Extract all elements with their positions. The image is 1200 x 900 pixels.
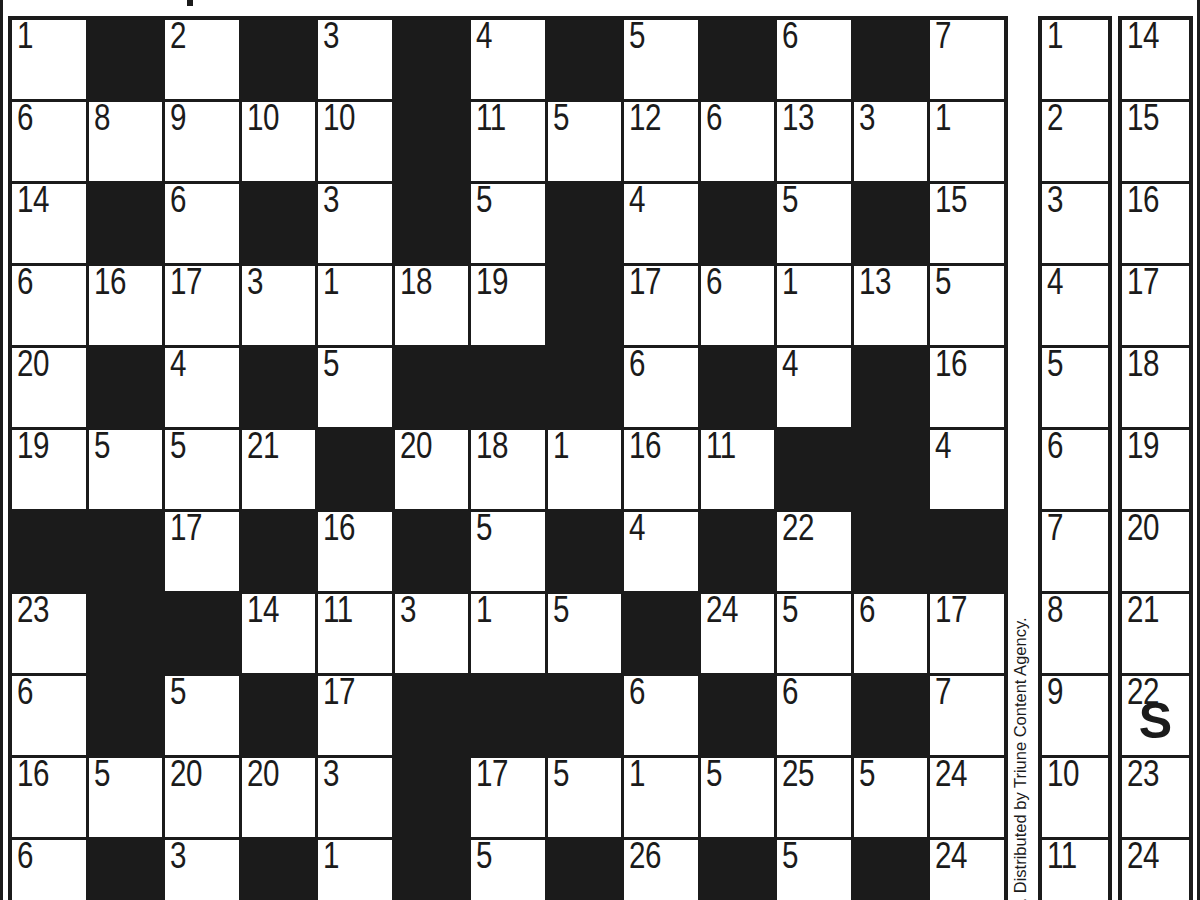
black-cell	[854, 676, 928, 755]
cell-code-number: 6	[782, 673, 798, 710]
letter-cell-r9c4[interactable]: 3	[318, 758, 392, 837]
letter-cell-r5c1[interactable]: 5	[89, 430, 163, 509]
letter-cell-r4c2[interactable]: 4	[165, 348, 239, 427]
black-cell	[548, 512, 622, 591]
cell-code-number: 7	[935, 673, 951, 710]
cell-code-number: 6	[629, 345, 645, 382]
key-cell-18[interactable]: 18	[1122, 348, 1189, 427]
black-cell	[548, 266, 622, 345]
cell-code-number: 21	[247, 427, 279, 464]
letter-cell-r5c5[interactable]: 20	[395, 430, 469, 509]
key-cell-22[interactable]: 22S	[1122, 676, 1189, 755]
cell-code-number: 19	[476, 263, 508, 300]
key-cell-16[interactable]: 16	[1122, 184, 1189, 263]
cell-code-number: 1	[553, 427, 569, 464]
key-cell-24[interactable]: 24	[1122, 840, 1189, 900]
letter-cell-r1c8[interactable]: 12	[624, 102, 698, 181]
letter-cell-r0c6[interactable]: 4	[471, 20, 545, 99]
letter-cell-r5c6[interactable]: 18	[471, 430, 545, 509]
letter-cell-r9c6[interactable]: 17	[471, 758, 545, 837]
cell-code-number: 5	[94, 755, 110, 792]
letter-cell-r1c10[interactable]: 13	[777, 102, 851, 181]
black-cell	[854, 430, 928, 509]
codeword-page: 1234567689101011512613311463545156161731…	[0, 0, 1200, 900]
cell-code-number: 6	[706, 263, 722, 300]
cell-code-number: 16	[935, 345, 967, 382]
key-cell-14[interactable]: 14	[1122, 20, 1189, 99]
cell-code-number: 19	[17, 427, 49, 464]
letter-cell-r9c7[interactable]: 5	[548, 758, 622, 837]
key-cell-number: 2	[1047, 99, 1063, 136]
black-cell	[89, 840, 163, 900]
letter-cell-r2c10[interactable]: 5	[777, 184, 851, 263]
letter-cell-r4c8[interactable]: 6	[624, 348, 698, 427]
letter-cell-r8c12[interactable]: 7	[930, 676, 1004, 755]
letter-cell-r1c9[interactable]: 6	[701, 102, 775, 181]
key-cell-23[interactable]: 23	[1122, 758, 1189, 837]
key-cell-number: 7	[1047, 509, 1063, 546]
cell-code-number: 5	[476, 837, 492, 874]
key-cell-10[interactable]: 10	[1042, 758, 1108, 837]
letter-cell-r7c7[interactable]: 5	[548, 594, 622, 673]
cell-code-number: 9	[170, 99, 186, 136]
letter-cell-r7c12[interactable]: 17	[930, 594, 1004, 673]
cell-code-number: 5	[935, 263, 951, 300]
letter-cell-r1c4[interactable]: 10	[318, 102, 392, 181]
cell-code-number: 5	[170, 673, 186, 710]
cell-code-number: 5	[782, 591, 798, 628]
cell-code-number: 16	[629, 427, 661, 464]
letter-cell-r4c4[interactable]: 5	[318, 348, 392, 427]
cell-code-number: 17	[935, 591, 967, 628]
letter-cell-r9c8[interactable]: 1	[624, 758, 698, 837]
letter-cell-r8c2[interactable]: 5	[165, 676, 239, 755]
black-cell	[12, 512, 86, 591]
letter-cell-r5c8[interactable]: 16	[624, 430, 698, 509]
letter-cell-r9c2[interactable]: 20	[165, 758, 239, 837]
cell-code-number: 4	[170, 345, 186, 382]
cell-code-number: 3	[247, 263, 263, 300]
key-cell-number: 8	[1047, 591, 1063, 628]
black-cell	[701, 348, 775, 427]
cell-code-number: 18	[400, 263, 432, 300]
cell-code-number: 3	[323, 755, 339, 792]
black-cell	[395, 512, 469, 591]
cell-code-number: 20	[170, 755, 202, 792]
letter-cell-r10c6[interactable]: 5	[471, 840, 545, 900]
letter-cell-r9c12[interactable]: 24	[930, 758, 1004, 837]
cell-code-number: 5	[553, 755, 569, 792]
cell-code-number: 5	[782, 837, 798, 874]
letter-cell-r5c7[interactable]: 1	[548, 430, 622, 509]
cell-code-number: 5	[476, 181, 492, 218]
key-cell-number: 4	[1047, 263, 1063, 300]
letter-cell-r2c4[interactable]: 3	[318, 184, 392, 263]
letter-cell-r2c2[interactable]: 6	[165, 184, 239, 263]
letter-cell-r7c0[interactable]: 23	[12, 594, 86, 673]
key-cell-8[interactable]: 8	[1042, 594, 1108, 673]
letter-cell-r5c3[interactable]: 21	[242, 430, 316, 509]
letter-cell-r0c4[interactable]: 3	[318, 20, 392, 99]
cell-code-number: 5	[94, 427, 110, 464]
cell-code-number: 17	[476, 755, 508, 792]
letter-cell-r3c10[interactable]: 1	[777, 266, 851, 345]
cell-code-number: 5	[629, 17, 645, 54]
key-cell-21[interactable]: 21	[1122, 594, 1189, 673]
black-cell	[854, 184, 928, 263]
cell-code-number: 13	[782, 99, 814, 136]
cell-code-number: 26	[629, 837, 661, 874]
letter-cell-r7c4[interactable]: 11	[318, 594, 392, 673]
cell-code-number: 17	[323, 673, 355, 710]
cell-code-number: 4	[935, 427, 951, 464]
key-cell-19[interactable]: 19	[1122, 430, 1189, 509]
cell-code-number: 17	[170, 263, 202, 300]
letter-cell-r5c0[interactable]: 19	[12, 430, 86, 509]
codeword-grid: 1234567689101011512613311463545156161731…	[8, 16, 1008, 900]
letter-cell-r8c0[interactable]: 6	[12, 676, 86, 755]
letter-cell-r4c0[interactable]: 20	[12, 348, 86, 427]
cell-code-number: 17	[170, 509, 202, 546]
cell-code-number: 1	[935, 99, 951, 136]
key-cell-2[interactable]: 2	[1042, 102, 1108, 181]
letter-cell-r10c4[interactable]: 1	[318, 840, 392, 900]
black-cell	[548, 20, 622, 99]
letter-cell-r1c12[interactable]: 1	[930, 102, 1004, 181]
cell-code-number: 1	[629, 755, 645, 792]
black-cell	[395, 758, 469, 837]
black-cell	[395, 102, 469, 181]
cell-code-number: 20	[247, 755, 279, 792]
cell-code-number: 1	[323, 263, 339, 300]
cell-code-number: 4	[629, 509, 645, 546]
key-cell-4[interactable]: 4	[1042, 266, 1108, 345]
letter-cell-r4c12[interactable]: 16	[930, 348, 1004, 427]
letter-cell-r8c4[interactable]: 17	[318, 676, 392, 755]
credit-text: r. Distributed by Triune Content Agency.	[1011, 617, 1029, 900]
cell-code-number: 1	[17, 17, 33, 54]
cell-code-number: 13	[859, 263, 891, 300]
letter-cell-r1c0[interactable]: 6	[12, 102, 86, 181]
key-cell-number: 23	[1127, 755, 1159, 792]
cell-code-number: 10	[247, 99, 279, 136]
black-cell	[471, 348, 545, 427]
letter-cell-r2c12[interactable]: 15	[930, 184, 1004, 263]
cell-code-number: 5	[706, 755, 722, 792]
black-cell	[777, 430, 851, 509]
black-cell	[701, 184, 775, 263]
cell-code-number: 4	[629, 181, 645, 218]
cell-code-number: 24	[935, 837, 967, 874]
letter-cell-r1c3[interactable]: 10	[242, 102, 316, 181]
key-cell-number: 19	[1127, 427, 1159, 464]
letter-cell-r5c9[interactable]: 11	[701, 430, 775, 509]
black-cell	[165, 594, 239, 673]
letter-cell-r7c6[interactable]: 1	[471, 594, 545, 673]
black-cell	[854, 348, 928, 427]
key-cell-number: 14	[1127, 17, 1159, 54]
letter-cell-r3c6[interactable]: 19	[471, 266, 545, 345]
black-cell	[548, 348, 622, 427]
cell-code-number: 1	[782, 263, 798, 300]
black-cell	[242, 676, 316, 755]
black-cell	[242, 184, 316, 263]
black-cell	[701, 676, 775, 755]
letter-cell-r9c9[interactable]: 5	[701, 758, 775, 837]
key-cell-number: 9	[1047, 673, 1063, 710]
letter-cell-r3c8[interactable]: 17	[624, 266, 698, 345]
letter-cell-r1c6[interactable]: 11	[471, 102, 545, 181]
black-cell	[318, 430, 392, 509]
cell-code-number: 3	[170, 837, 186, 874]
black-cell	[854, 840, 928, 900]
letter-cell-r7c10[interactable]: 5	[777, 594, 851, 673]
cell-code-number: 25	[782, 755, 814, 792]
black-cell	[701, 840, 775, 900]
letter-cell-r10c8[interactable]: 26	[624, 840, 698, 900]
black-cell	[395, 348, 469, 427]
cell-code-number: 4	[782, 345, 798, 382]
letter-cell-r6c8[interactable]: 4	[624, 512, 698, 591]
cell-code-number: 1	[323, 837, 339, 874]
letter-cell-r3c4[interactable]: 1	[318, 266, 392, 345]
letter-cell-r1c7[interactable]: 5	[548, 102, 622, 181]
cell-code-number: 5	[782, 181, 798, 218]
cell-code-number: 3	[400, 591, 416, 628]
letter-cell-r6c2[interactable]: 17	[165, 512, 239, 591]
letter-cell-r9c0[interactable]: 16	[12, 758, 86, 837]
black-cell	[624, 594, 698, 673]
letter-cell-r9c1[interactable]: 5	[89, 758, 163, 837]
key-cell-9[interactable]: 9	[1042, 676, 1108, 755]
key-cell-number: 1	[1047, 17, 1063, 54]
cropped-title-descender	[187, 0, 193, 6]
cell-code-number: 6	[17, 263, 33, 300]
black-cell	[89, 594, 163, 673]
cell-code-number: 5	[859, 755, 875, 792]
letter-cell-r0c12[interactable]: 7	[930, 20, 1004, 99]
cell-code-number: 15	[935, 181, 967, 218]
cell-code-number: 4	[476, 17, 492, 54]
cell-code-number: 6	[629, 673, 645, 710]
letter-cell-r9c10[interactable]: 25	[777, 758, 851, 837]
cell-code-number: 24	[706, 591, 738, 628]
cell-code-number: 5	[553, 591, 569, 628]
key-cell-number: 11	[1047, 837, 1077, 874]
cell-code-number: 18	[476, 427, 508, 464]
letter-cell-r3c1[interactable]: 16	[89, 266, 163, 345]
cell-code-number: 24	[935, 755, 967, 792]
letter-cell-r7c9[interactable]: 24	[701, 594, 775, 673]
cell-code-number: 3	[323, 181, 339, 218]
key-cell-17[interactable]: 17	[1122, 266, 1189, 345]
black-cell	[930, 512, 1004, 591]
letter-cell-r2c6[interactable]: 5	[471, 184, 545, 263]
left-frame-line	[0, 0, 3, 900]
letter-cell-r6c6[interactable]: 5	[471, 512, 545, 591]
letter-cell-r7c11[interactable]: 6	[854, 594, 928, 673]
key-cell-number: 15	[1127, 99, 1159, 136]
cell-code-number: 2	[170, 17, 186, 54]
black-cell	[89, 348, 163, 427]
key-cell-number: 3	[1047, 181, 1063, 218]
black-cell	[242, 20, 316, 99]
cell-code-number: 11	[706, 427, 736, 464]
cell-code-number: 16	[323, 509, 355, 546]
cell-code-number: 6	[17, 673, 33, 710]
cell-code-number: 10	[323, 99, 355, 136]
letter-cell-r9c3[interactable]: 20	[242, 758, 316, 837]
letter-cell-r6c10[interactable]: 22	[777, 512, 851, 591]
cell-code-number: 17	[629, 263, 661, 300]
cell-code-number: 11	[476, 99, 506, 136]
black-cell	[242, 840, 316, 900]
key-cell-number: 21	[1127, 591, 1159, 628]
black-cell	[89, 20, 163, 99]
key-cell-number: 6	[1047, 427, 1063, 464]
key-cell-5[interactable]: 5	[1042, 348, 1108, 427]
key-cell-number: 20	[1127, 509, 1159, 546]
letter-cell-r0c8[interactable]: 5	[624, 20, 698, 99]
key-column-1: 1234567891011	[1038, 16, 1112, 900]
cell-code-number: 7	[935, 17, 951, 54]
letter-cell-r7c3[interactable]: 14	[242, 594, 316, 673]
key-cell-number: 24	[1127, 837, 1159, 874]
letter-cell-r8c8[interactable]: 6	[624, 676, 698, 755]
cell-code-number: 11	[323, 591, 353, 628]
cell-code-number: 3	[323, 17, 339, 54]
letter-cell-r3c0[interactable]: 6	[12, 266, 86, 345]
letter-cell-r6c4[interactable]: 16	[318, 512, 392, 591]
black-cell	[854, 20, 928, 99]
cell-code-number: 3	[859, 99, 875, 136]
letter-cell-r9c11[interactable]: 5	[854, 758, 928, 837]
cell-code-number: 6	[859, 591, 875, 628]
letter-cell-r4c10[interactable]: 4	[777, 348, 851, 427]
key-cell-6[interactable]: 6	[1042, 430, 1108, 509]
black-cell	[395, 840, 469, 900]
letter-cell-r0c10[interactable]: 6	[777, 20, 851, 99]
black-cell	[89, 512, 163, 591]
black-cell	[854, 512, 928, 591]
black-cell	[471, 676, 545, 755]
letter-cell-r1c11[interactable]: 3	[854, 102, 928, 181]
letter-cell-r10c0[interactable]: 6	[12, 840, 86, 900]
cell-code-number: 16	[17, 755, 49, 792]
black-cell	[395, 20, 469, 99]
black-cell	[548, 676, 622, 755]
cell-code-number: 14	[247, 591, 279, 628]
letter-cell-r1c1[interactable]: 8	[89, 102, 163, 181]
letter-cell-r5c2[interactable]: 5	[165, 430, 239, 509]
cell-code-number: 12	[629, 99, 661, 136]
key-cell-7[interactable]: 7	[1042, 512, 1108, 591]
cell-code-number: 14	[17, 181, 49, 218]
cell-code-number: 6	[782, 17, 798, 54]
cell-code-number: 20	[400, 427, 432, 464]
key-cell-number: 10	[1047, 755, 1079, 792]
key-cell-number: 17	[1127, 263, 1159, 300]
black-cell	[395, 676, 469, 755]
black-cell	[89, 184, 163, 263]
letter-cell-r3c12[interactable]: 5	[930, 266, 1004, 345]
letter-cell-r10c10[interactable]: 5	[777, 840, 851, 900]
key-cell-15[interactable]: 15	[1122, 102, 1189, 181]
letter-cell-r3c9[interactable]: 6	[701, 266, 775, 345]
letter-cell-r0c0[interactable]: 1	[12, 20, 86, 99]
cell-code-number: 5	[323, 345, 339, 382]
letter-cell-r5c12[interactable]: 4	[930, 430, 1004, 509]
letter-cell-r3c5[interactable]: 18	[395, 266, 469, 345]
cell-code-number: 20	[17, 345, 49, 382]
cell-code-number: 5	[553, 99, 569, 136]
cell-code-number: 6	[706, 99, 722, 136]
cell-code-number: 1	[476, 591, 492, 628]
cell-code-number: 6	[170, 181, 186, 218]
cell-code-number: 6	[17, 837, 33, 874]
black-cell	[89, 676, 163, 755]
cell-code-number: 5	[476, 509, 492, 546]
key-cell-number: 5	[1047, 345, 1063, 382]
black-cell	[548, 184, 622, 263]
key-cell-3[interactable]: 3	[1042, 184, 1108, 263]
cell-code-number: 23	[17, 591, 49, 628]
letter-cell-r0c2[interactable]: 2	[165, 20, 239, 99]
key-cell-number: 18	[1127, 345, 1159, 382]
black-cell	[242, 512, 316, 591]
key-cell-1[interactable]: 1	[1042, 20, 1108, 99]
cell-code-number: 22	[782, 509, 814, 546]
letter-cell-r2c8[interactable]: 4	[624, 184, 698, 263]
black-cell	[242, 348, 316, 427]
black-cell	[548, 840, 622, 900]
cell-code-number: 6	[17, 99, 33, 136]
letter-cell-r3c3[interactable]: 3	[242, 266, 316, 345]
letter-cell-r7c5[interactable]: 3	[395, 594, 469, 673]
letter-cell-r10c2[interactable]: 3	[165, 840, 239, 900]
black-cell	[701, 20, 775, 99]
letter-cell-r2c0[interactable]: 14	[12, 184, 86, 263]
black-cell	[395, 184, 469, 263]
cell-code-number: 8	[94, 99, 110, 136]
letter-cell-r8c10[interactable]: 6	[777, 676, 851, 755]
letter-cell-r10c12[interactable]: 24	[930, 840, 1004, 900]
key-cell-11[interactable]: 11	[1042, 840, 1108, 900]
key-solved-letter: S	[1122, 696, 1189, 746]
letter-cell-r3c2[interactable]: 17	[165, 266, 239, 345]
cell-code-number: 5	[170, 427, 186, 464]
letter-cell-r3c11[interactable]: 13	[854, 266, 928, 345]
key-cell-20[interactable]: 20	[1122, 512, 1189, 591]
key-cell-number: 16	[1127, 181, 1159, 218]
key-column-2: 141516171819202122S2324	[1118, 16, 1193, 900]
cell-code-number: 16	[94, 263, 126, 300]
black-cell	[701, 512, 775, 591]
letter-cell-r1c2[interactable]: 9	[165, 102, 239, 181]
